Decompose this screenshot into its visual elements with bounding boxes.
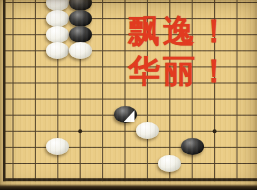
stone-F5[interactable] [114,106,137,123]
overlay-text-line1: 飘逸！ [128,13,233,49]
stone-D9[interactable] [69,42,92,59]
go-board[interactable]: 飘逸！ 华丽！ [0,0,257,190]
stone-C12[interactable] [46,0,69,11]
stone-D12[interactable] [69,0,92,11]
stone-C9[interactable] [46,42,69,59]
stone-D10[interactable] [69,26,92,43]
stone-C3[interactable] [46,138,69,155]
stone-D11[interactable] [69,10,92,27]
stone-C10[interactable] [46,26,69,43]
last-move-marker [124,110,135,122]
stone-C11[interactable] [46,10,69,27]
overlay-text-line2: 华丽！ [128,53,233,89]
stone-G4[interactable] [136,122,159,139]
stone-H2[interactable] [158,155,181,172]
stone-J3[interactable] [181,138,204,155]
